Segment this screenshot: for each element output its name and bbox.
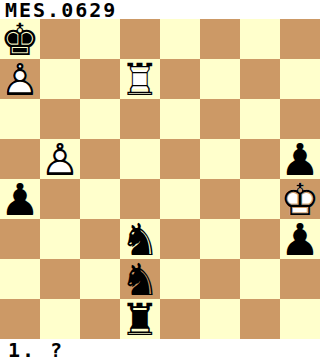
square-h3[interactable]: ♟ [280,219,320,259]
square-e8[interactable] [160,19,200,59]
square-b2[interactable] [40,259,80,299]
square-h7[interactable] [280,59,320,99]
square-f7[interactable] [200,59,240,99]
square-g7[interactable] [240,59,280,99]
square-b4[interactable] [40,179,80,219]
square-a1[interactable] [0,299,40,339]
square-c5[interactable] [80,139,120,179]
square-b3[interactable] [40,219,80,259]
square-b7[interactable] [40,59,80,99]
square-d6[interactable] [120,99,160,139]
piece-outline: ♖ [120,59,160,99]
square-a3[interactable] [0,219,40,259]
square-b8[interactable] [40,19,80,59]
square-c2[interactable] [80,259,120,299]
square-g4[interactable] [240,179,280,219]
piece-outline: ♙ [0,59,40,99]
piece-outline: ♙ [40,139,80,179]
square-g8[interactable] [240,19,280,59]
square-c7[interactable] [80,59,120,99]
square-e5[interactable] [160,139,200,179]
square-g6[interactable] [240,99,280,139]
piece-glyph: ♜ [120,299,160,339]
square-g1[interactable] [240,299,280,339]
square-h2[interactable] [280,259,320,299]
square-e2[interactable] [160,259,200,299]
square-b5[interactable]: ♟♙ [40,139,80,179]
piece-glyph: ♟ [0,179,40,219]
square-f8[interactable] [200,19,240,59]
square-e3[interactable] [160,219,200,259]
square-f1[interactable] [200,299,240,339]
square-c1[interactable] [80,299,120,339]
square-a6[interactable] [0,99,40,139]
square-e6[interactable] [160,99,200,139]
square-f3[interactable] [200,219,240,259]
square-c3[interactable] [80,219,120,259]
square-g2[interactable] [240,259,280,299]
black-pawn[interactable]: ♟ [280,219,320,259]
square-a4[interactable]: ♟ [0,179,40,219]
square-c6[interactable] [80,99,120,139]
move-prompt: 1. ? [0,339,320,360]
white-pawn[interactable]: ♟♙ [0,59,40,99]
square-f2[interactable] [200,259,240,299]
square-f5[interactable] [200,139,240,179]
square-d7[interactable]: ♜♖ [120,59,160,99]
square-d5[interactable] [120,139,160,179]
white-pawn[interactable]: ♟♙ [40,139,80,179]
square-h1[interactable] [280,299,320,339]
square-e1[interactable] [160,299,200,339]
square-f4[interactable] [200,179,240,219]
white-rook[interactable]: ♜♖ [120,59,160,99]
chess-board: ♚♟♙♜♖♟♙♟♟♚♔♞♟♞♜ [0,19,320,339]
square-g5[interactable] [240,139,280,179]
square-a7[interactable]: ♟♙ [0,59,40,99]
square-b1[interactable] [40,299,80,339]
square-c8[interactable] [80,19,120,59]
black-rook[interactable]: ♜ [120,299,160,339]
puzzle-id-title: MES.0629 [0,0,320,19]
piece-glyph: ♟ [280,219,320,259]
square-d1[interactable]: ♜ [120,299,160,339]
black-pawn[interactable]: ♟ [0,179,40,219]
square-h8[interactable] [280,19,320,59]
square-c4[interactable] [80,179,120,219]
square-e7[interactable] [160,59,200,99]
square-a2[interactable] [0,259,40,299]
square-e4[interactable] [160,179,200,219]
square-f6[interactable] [200,99,240,139]
square-g3[interactable] [240,219,280,259]
